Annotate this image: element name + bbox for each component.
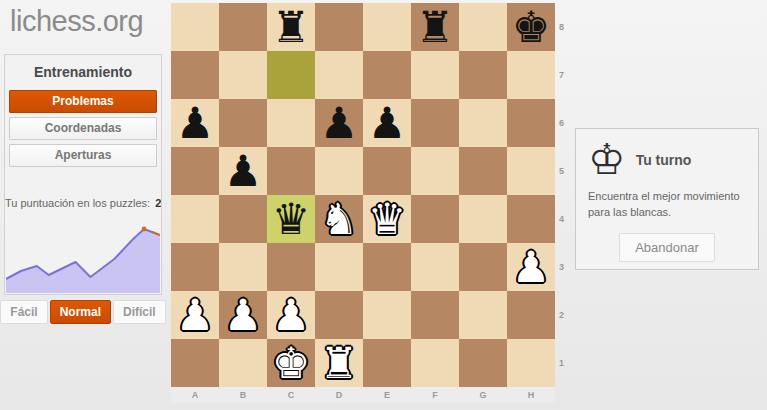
square-g3[interactable] — [459, 243, 507, 291]
square-e7[interactable] — [363, 51, 411, 99]
square-c3[interactable] — [267, 243, 315, 291]
black-queen-c4[interactable]: ♛ — [272, 195, 311, 243]
square-c5[interactable] — [267, 147, 315, 195]
rating-chart — [6, 221, 160, 293]
rank-label-8: 8 — [559, 22, 564, 32]
square-g4[interactable] — [459, 195, 507, 243]
square-g8[interactable] — [459, 3, 507, 51]
square-d3[interactable] — [315, 243, 363, 291]
square-h7[interactable] — [507, 51, 555, 99]
rank-labels: 87654321 — [559, 3, 564, 387]
square-h1[interactable] — [507, 339, 555, 387]
turn-panel: ♔ Tu turno Encuentra el mejor movimiento… — [575, 128, 759, 270]
black-pawn-e6[interactable]: ♟ — [368, 99, 407, 147]
training-panel: Entrenamiento ProblemasCoordenadasApertu… — [4, 54, 162, 295]
sidebar-item-problemas[interactable]: Problemas — [9, 90, 157, 113]
square-c7[interactable] — [267, 51, 315, 99]
square-b8[interactable] — [219, 3, 267, 51]
square-c2[interactable]: ♟ — [267, 291, 315, 339]
sidebar-item-aperturas[interactable]: Aperturas — [9, 144, 157, 167]
square-e2[interactable] — [363, 291, 411, 339]
square-f6[interactable] — [411, 99, 459, 147]
square-e3[interactable] — [363, 243, 411, 291]
square-f4[interactable] — [411, 195, 459, 243]
training-title: Entrenamiento — [5, 55, 161, 80]
square-d4[interactable]: ♞ — [315, 195, 363, 243]
score-label: Tu puntuación en los puzzles: — [5, 197, 153, 209]
square-d7[interactable] — [315, 51, 363, 99]
black-rook-f8[interactable]: ♜ — [416, 3, 455, 51]
square-f2[interactable] — [411, 291, 459, 339]
white-queen-e4[interactable]: ♛ — [368, 195, 407, 243]
score-value: 2112 — [155, 197, 162, 209]
square-a8[interactable] — [171, 3, 219, 51]
rank-label-4: 4 — [559, 214, 564, 224]
sidebar-item-coordenadas[interactable]: Coordenadas — [9, 117, 157, 140]
square-h3[interactable]: ♟ — [507, 243, 555, 291]
difficulty-normal[interactable]: Normal — [50, 300, 111, 324]
square-h8[interactable]: ♚ — [507, 3, 555, 51]
turn-instruction: Encuentra el mejor movimiento para las b… — [588, 189, 746, 221]
white-king-icon: ♔ — [588, 139, 626, 181]
square-g2[interactable] — [459, 291, 507, 339]
square-c4[interactable]: ♛ — [267, 195, 315, 243]
white-king-c1[interactable]: ♚ — [272, 339, 311, 387]
square-d2[interactable] — [315, 291, 363, 339]
white-pawn-h3[interactable]: ♟ — [512, 243, 551, 291]
difficulty-difícil[interactable]: Difícil — [113, 300, 166, 324]
file-label-b: B — [219, 390, 267, 400]
abandon-button[interactable]: Abandonar — [619, 233, 715, 262]
rank-label-2: 2 — [559, 310, 564, 320]
square-e6[interactable]: ♟ — [363, 99, 411, 147]
rank-label-6: 6 — [559, 118, 564, 128]
white-rook-d1[interactable]: ♜ — [320, 339, 359, 387]
square-g7[interactable] — [459, 51, 507, 99]
square-h2[interactable] — [507, 291, 555, 339]
file-labels: ABCDEFGH — [171, 387, 555, 403]
square-e8[interactable] — [363, 3, 411, 51]
square-a1[interactable] — [171, 339, 219, 387]
white-pawn-c2[interactable]: ♟ — [272, 291, 311, 339]
square-d8[interactable] — [315, 3, 363, 51]
square-g1[interactable] — [459, 339, 507, 387]
rank-label-3: 3 — [559, 262, 564, 272]
chess-board: ♜♜♚♟♟♟♟♛♞♛♟♟♟♟♚♜ — [171, 3, 555, 387]
black-pawn-a6[interactable]: ♟ — [176, 99, 215, 147]
square-d6[interactable]: ♟ — [315, 99, 363, 147]
square-a6[interactable]: ♟ — [171, 99, 219, 147]
rank-label-1: 1 — [559, 358, 564, 368]
square-c1[interactable]: ♚ — [267, 339, 315, 387]
black-king-h8[interactable]: ♚ — [512, 3, 551, 51]
sidebar-menu: ProblemasCoordenadasAperturas — [9, 90, 157, 167]
square-f5[interactable] — [411, 147, 459, 195]
square-a3[interactable] — [171, 243, 219, 291]
square-a4[interactable] — [171, 195, 219, 243]
square-d5[interactable] — [315, 147, 363, 195]
square-d1[interactable]: ♜ — [315, 339, 363, 387]
file-label-a: A — [171, 390, 219, 400]
square-h5[interactable] — [507, 147, 555, 195]
turn-header: ♔ Tu turno — [576, 129, 758, 181]
square-f3[interactable] — [411, 243, 459, 291]
file-label-e: E — [363, 390, 411, 400]
square-f8[interactable]: ♜ — [411, 3, 459, 51]
square-c6[interactable] — [267, 99, 315, 147]
square-e4[interactable]: ♛ — [363, 195, 411, 243]
white-knight-d4[interactable]: ♞ — [320, 195, 359, 243]
square-f1[interactable] — [411, 339, 459, 387]
square-b7[interactable] — [219, 51, 267, 99]
file-label-g: G — [459, 390, 507, 400]
square-c8[interactable]: ♜ — [267, 3, 315, 51]
square-a7[interactable] — [171, 51, 219, 99]
square-g5[interactable] — [459, 147, 507, 195]
file-label-f: F — [411, 390, 459, 400]
black-pawn-b5[interactable]: ♟ — [224, 147, 263, 195]
square-b5[interactable]: ♟ — [219, 147, 267, 195]
file-label-d: D — [315, 390, 363, 400]
black-rook-c8[interactable]: ♜ — [272, 3, 311, 51]
square-g6[interactable] — [459, 99, 507, 147]
site-logo[interactable]: lichess.org — [10, 5, 143, 38]
file-label-h: H — [507, 390, 555, 400]
white-pawn-b2[interactable]: ♟ — [224, 291, 263, 339]
square-b6[interactable] — [219, 99, 267, 147]
square-e1[interactable] — [363, 339, 411, 387]
square-b1[interactable] — [219, 339, 267, 387]
rank-label-7: 7 — [559, 70, 564, 80]
square-h4[interactable] — [507, 195, 555, 243]
black-pawn-d6[interactable]: ♟ — [320, 99, 359, 147]
square-b2[interactable]: ♟ — [219, 291, 267, 339]
square-a5[interactable] — [171, 147, 219, 195]
square-f7[interactable] — [411, 51, 459, 99]
square-e5[interactable] — [363, 147, 411, 195]
turn-title: Tu turno — [636, 152, 692, 168]
file-label-c: C — [267, 390, 315, 400]
square-h6[interactable] — [507, 99, 555, 147]
white-pawn-a2[interactable]: ♟ — [176, 291, 215, 339]
square-b4[interactable] — [219, 195, 267, 243]
rank-label-5: 5 — [559, 166, 564, 176]
puzzle-score: Tu puntuación en los puzzles: 2112 — [5, 197, 161, 209]
difficulty-fácil[interactable]: Fácil — [0, 300, 47, 324]
difficulty-group: FácilNormalDifícil — [0, 300, 166, 324]
square-b3[interactable] — [219, 243, 267, 291]
square-a2[interactable]: ♟ — [171, 291, 219, 339]
